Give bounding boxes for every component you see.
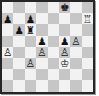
square-h7[interactable]: ♖ [82,13,93,24]
piece-black-pawn[interactable]: ♟ [26,13,35,23]
square-d5[interactable]: ♟ [36,36,47,47]
square-a1[interactable] [2,80,13,91]
piece-black-rook[interactable]: ♜ [26,24,35,34]
piece-white-pawn[interactable]: ♙ [3,47,12,57]
square-g5[interactable]: ♙ [70,36,81,47]
square-h3[interactable] [82,58,93,69]
square-g7[interactable] [70,13,81,24]
square-b5[interactable] [13,36,24,47]
piece-white-pawn[interactable]: ♙ [37,47,46,57]
square-e1[interactable] [48,80,59,91]
piece-white-pawn[interactable]: ♙ [71,36,80,46]
piece-black-pawn[interactable]: ♟ [37,36,46,46]
square-d2[interactable] [36,69,47,80]
square-h5[interactable] [82,36,93,47]
square-b3[interactable] [13,58,24,69]
square-f4[interactable]: ♙ [59,47,70,58]
square-g6[interactable] [70,24,81,35]
square-b8[interactable] [13,2,24,13]
square-f7[interactable] [59,13,70,24]
square-g8[interactable] [70,2,81,13]
square-b4[interactable] [13,47,24,58]
square-c1[interactable] [25,80,36,91]
square-a3[interactable] [2,58,13,69]
square-c4[interactable] [25,47,36,58]
square-e3[interactable] [48,58,59,69]
square-c2[interactable] [25,69,36,80]
piece-black-pawn[interactable]: ♟ [14,24,23,34]
piece-black-king[interactable]: ♚ [60,2,69,12]
piece-black-pawn[interactable]: ♟ [60,36,69,46]
square-g3[interactable] [70,58,81,69]
square-f1[interactable] [59,80,70,91]
square-a6[interactable] [2,24,13,35]
square-a7[interactable]: ♟ [2,13,13,24]
square-d3[interactable] [36,58,47,69]
square-d7[interactable] [36,13,47,24]
square-h4[interactable] [82,47,93,58]
square-c7[interactable]: ♟ [25,13,36,24]
square-h6[interactable] [82,24,93,35]
piece-white-pawn[interactable]: ♙ [60,47,69,57]
square-d8[interactable] [36,2,47,13]
square-a8[interactable] [2,2,13,13]
square-c6[interactable]: ♜ [25,24,36,35]
square-d4[interactable]: ♙ [36,47,47,58]
piece-white-pawn[interactable]: ♙ [26,58,35,68]
square-c5[interactable] [25,36,36,47]
square-g2[interactable] [70,69,81,80]
square-f8[interactable]: ♚ [59,2,70,13]
piece-white-rook[interactable]: ♖ [83,13,92,23]
square-h8[interactable] [82,2,93,13]
square-e2[interactable] [48,69,59,80]
square-e4[interactable] [48,47,59,58]
piece-black-pawn[interactable]: ♟ [3,13,12,23]
square-c3[interactable]: ♙ [25,58,36,69]
square-f3[interactable]: ♔ [59,58,70,69]
square-f2[interactable] [59,69,70,80]
square-a2[interactable] [2,69,13,80]
square-b1[interactable] [13,80,24,91]
square-a5[interactable] [2,36,13,47]
square-d6[interactable] [36,24,47,35]
square-e6[interactable] [48,24,59,35]
square-g4[interactable] [70,47,81,58]
square-f5[interactable]: ♟ [59,36,70,47]
chess-board: ♚♟♟♖♟♜♟♟♙♙♙♙♙♔ [0,0,95,94]
square-h1[interactable] [82,80,93,91]
square-a4[interactable]: ♙ [2,47,13,58]
square-b2[interactable] [13,69,24,80]
square-b6[interactable]: ♟ [13,24,24,35]
square-e8[interactable] [48,2,59,13]
piece-white-king[interactable]: ♔ [60,58,69,68]
square-e7[interactable] [48,13,59,24]
square-g1[interactable] [70,80,81,91]
square-h2[interactable] [82,69,93,80]
square-b7[interactable] [13,13,24,24]
square-f6[interactable] [59,24,70,35]
chess-diagram: ♚♟♟♖♟♜♟♟♙♙♙♙♙♔ [0,0,95,94]
square-d1[interactable] [36,80,47,91]
square-e5[interactable] [48,36,59,47]
square-c8[interactable] [25,2,36,13]
